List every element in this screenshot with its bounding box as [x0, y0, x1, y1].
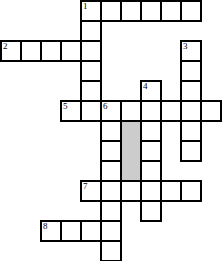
cell-r6c9[interactable] — [180, 120, 202, 142]
cell-r5c10[interactable] — [200, 100, 222, 122]
cell-r9c4[interactable]: 7 — [80, 180, 102, 202]
cell-r6c5[interactable] — [100, 120, 122, 142]
cell-r0c7[interactable] — [140, 0, 162, 22]
cell-r11c4[interactable] — [80, 220, 102, 242]
cell-r5c4[interactable] — [80, 100, 102, 122]
cell-r6c7[interactable] — [140, 120, 162, 142]
cell-r8c5[interactable] — [100, 160, 122, 182]
cell-r7c9[interactable] — [180, 140, 202, 162]
cell-r2c1[interactable] — [20, 40, 42, 62]
cell-r11c5[interactable] — [100, 220, 122, 242]
cell-r5c7[interactable] — [140, 100, 162, 122]
cell-r10c7[interactable] — [140, 200, 162, 222]
clue-number-1: 1 — [83, 2, 88, 11]
clue-number-5: 5 — [63, 102, 68, 111]
cell-r5c5[interactable]: 6 — [100, 100, 122, 122]
cell-r9c7[interactable] — [140, 180, 162, 202]
cell-r2c0[interactable]: 2 — [0, 40, 22, 62]
cell-r11c3[interactable] — [60, 220, 82, 242]
cell-r3c4[interactable] — [80, 60, 102, 82]
cell-r5c9[interactable] — [180, 100, 202, 122]
cell-r4c7[interactable]: 4 — [140, 80, 162, 102]
cell-r7c7[interactable] — [140, 140, 162, 162]
shaded-highlight-block[interactable] — [120, 120, 142, 182]
cell-r2c2[interactable] — [40, 40, 62, 62]
cell-r2c9[interactable]: 3 — [180, 40, 202, 62]
cell-r11c2[interactable]: 8 — [40, 220, 62, 242]
cell-r8c7[interactable] — [140, 160, 162, 182]
cell-r9c6[interactable] — [120, 180, 142, 202]
clue-number-6: 6 — [103, 102, 108, 111]
clue-number-8: 8 — [43, 222, 48, 231]
cell-r5c8[interactable] — [160, 100, 182, 122]
clue-number-3: 3 — [183, 42, 188, 51]
cell-r4c9[interactable] — [180, 80, 202, 102]
clue-number-7: 7 — [83, 182, 88, 191]
cell-r2c4[interactable] — [80, 40, 102, 62]
cell-r0c9[interactable] — [180, 0, 202, 22]
cell-r9c9[interactable] — [180, 180, 202, 202]
clue-number-2: 2 — [3, 42, 8, 51]
cell-r0c5[interactable] — [100, 0, 122, 22]
clue-number-4: 4 — [143, 82, 148, 91]
cell-r10c5[interactable] — [100, 200, 122, 222]
cell-r4c4[interactable] — [80, 80, 102, 102]
cell-r9c5[interactable] — [100, 180, 122, 202]
cell-r2c3[interactable] — [60, 40, 82, 62]
crossword-grid: 12345678 — [0, 0, 222, 261]
cell-r0c6[interactable] — [120, 0, 142, 22]
cell-r5c6[interactable] — [120, 100, 142, 122]
cell-r9c8[interactable] — [160, 180, 182, 202]
cell-r1c4[interactable] — [80, 20, 102, 42]
cell-r0c4[interactable]: 1 — [80, 0, 102, 22]
cell-r7c5[interactable] — [100, 140, 122, 162]
cell-r3c9[interactable] — [180, 60, 202, 82]
cell-r12c5[interactable] — [100, 240, 122, 261]
cell-r5c3[interactable]: 5 — [60, 100, 82, 122]
cell-r0c8[interactable] — [160, 0, 182, 22]
